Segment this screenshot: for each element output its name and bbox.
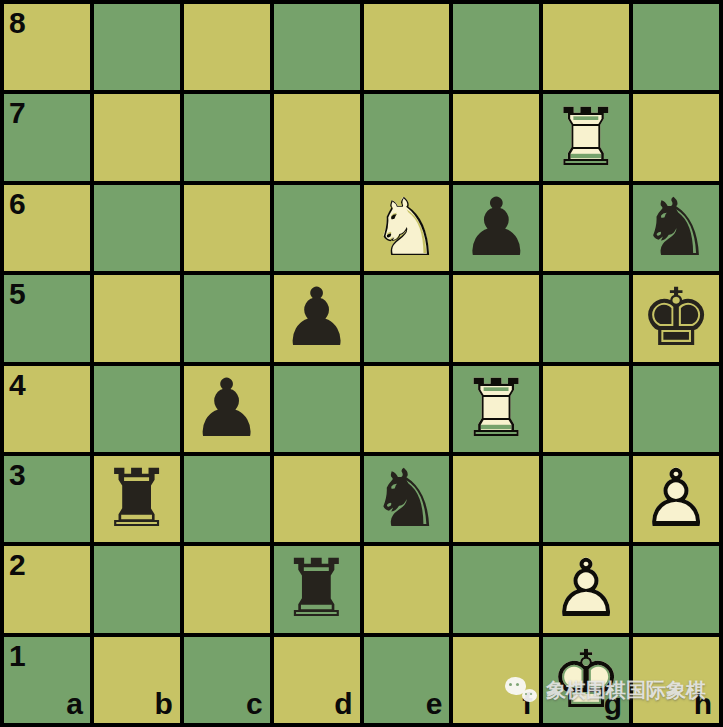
piece-glyph-fill: ♜ [274,546,360,632]
piece-black-pawn-f6[interactable]: ♟ [453,185,539,271]
square-g8[interactable] [543,4,629,90]
piece-glyph-fill: ♟ [184,366,270,452]
piece-white-pawn-h3[interactable]: ♟♙ [633,456,719,542]
rank-label-8: 8 [9,8,26,38]
piece-white-king-g1[interactable]: ♚♔ [543,637,629,723]
square-h5[interactable]: ♚ [633,275,719,361]
file-label-c: c [246,689,263,719]
square-b1[interactable]: b [94,637,180,723]
square-g7[interactable]: ♜♖ [543,94,629,180]
square-c3[interactable] [184,456,270,542]
piece-white-knight-e6[interactable]: ♞♘ [364,185,450,271]
square-d4[interactable] [274,366,360,452]
square-g2[interactable]: ♟♙ [543,546,629,632]
square-a8[interactable]: 8 [4,4,90,90]
piece-black-king-h5[interactable]: ♚ [633,275,719,361]
square-b3[interactable]: ♜ [94,456,180,542]
square-e7[interactable] [364,94,450,180]
square-e4[interactable] [364,366,450,452]
square-d1[interactable]: d [274,637,360,723]
square-f3[interactable] [453,456,539,542]
square-e5[interactable] [364,275,450,361]
square-a7[interactable]: 7 [4,94,90,180]
square-f2[interactable] [453,546,539,632]
square-d7[interactable] [274,94,360,180]
square-e1[interactable]: e [364,637,450,723]
square-d6[interactable] [274,185,360,271]
piece-glyph-outline: ♘ [364,185,450,271]
square-e2[interactable] [364,546,450,632]
square-c4[interactable]: ♟ [184,366,270,452]
square-f5[interactable] [453,275,539,361]
square-g6[interactable] [543,185,629,271]
piece-glyph-fill: ♞ [364,456,450,542]
square-e8[interactable] [364,4,450,90]
piece-black-rook-b3[interactable]: ♜ [94,456,180,542]
square-c6[interactable] [184,185,270,271]
rank-label-1: 1 [9,641,26,671]
piece-glyph-outline: ♙ [543,546,629,632]
piece-glyph-fill: ♟ [274,275,360,361]
piece-glyph-outline: ♙ [633,456,719,542]
piece-white-rook-f4[interactable]: ♜♖ [453,366,539,452]
square-f6[interactable]: ♟ [453,185,539,271]
chess-board-frame: 87♜♖6♞♘♟♞5♟♚4♟♜♖3♜♞♟♙2♜♟♙1abcdefg♚♔h 象棋围… [0,0,723,727]
square-f7[interactable] [453,94,539,180]
piece-glyph-outline: ♖ [453,366,539,452]
file-label-f: f [522,689,532,719]
square-e3[interactable]: ♞ [364,456,450,542]
square-c8[interactable] [184,4,270,90]
square-a4[interactable]: 4 [4,366,90,452]
rank-label-7: 7 [9,98,26,128]
piece-white-rook-g7[interactable]: ♜♖ [543,94,629,180]
square-h2[interactable] [633,546,719,632]
square-g4[interactable] [543,366,629,452]
square-d3[interactable] [274,456,360,542]
square-f8[interactable] [453,4,539,90]
rank-label-3: 3 [9,460,26,490]
square-c5[interactable] [184,275,270,361]
square-h4[interactable] [633,366,719,452]
square-h1[interactable]: h [633,637,719,723]
rank-label-6: 6 [9,189,26,219]
square-c1[interactable]: c [184,637,270,723]
square-d2[interactable]: ♜ [274,546,360,632]
piece-white-pawn-g2[interactable]: ♟♙ [543,546,629,632]
square-b6[interactable] [94,185,180,271]
square-h6[interactable]: ♞ [633,185,719,271]
piece-black-knight-h6[interactable]: ♞ [633,185,719,271]
piece-glyph-fill: ♟ [453,185,539,271]
square-a3[interactable]: 3 [4,456,90,542]
piece-glyph-fill: ♜ [94,456,180,542]
piece-black-pawn-d5[interactable]: ♟ [274,275,360,361]
piece-black-rook-d2[interactable]: ♜ [274,546,360,632]
square-a5[interactable]: 5 [4,275,90,361]
square-g1[interactable]: g♚♔ [543,637,629,723]
square-h3[interactable]: ♟♙ [633,456,719,542]
piece-glyph-fill: ♚ [633,275,719,361]
square-h8[interactable] [633,4,719,90]
square-g5[interactable] [543,275,629,361]
rank-label-2: 2 [9,550,26,580]
square-d5[interactable]: ♟ [274,275,360,361]
square-b2[interactable] [94,546,180,632]
square-b8[interactable] [94,4,180,90]
square-c7[interactable] [184,94,270,180]
square-b4[interactable] [94,366,180,452]
file-label-h: h [694,689,712,719]
piece-black-pawn-c4[interactable]: ♟ [184,366,270,452]
rank-label-5: 5 [9,279,26,309]
square-g3[interactable] [543,456,629,542]
square-b5[interactable] [94,275,180,361]
piece-black-knight-e3[interactable]: ♞ [364,456,450,542]
square-e6[interactable]: ♞♘ [364,185,450,271]
chess-board: 87♜♖6♞♘♟♞5♟♚4♟♜♖3♜♞♟♙2♜♟♙1abcdefg♚♔h [4,4,719,723]
square-a1[interactable]: 1a [4,637,90,723]
piece-glyph-outline: ♖ [543,94,629,180]
piece-glyph-outline: ♔ [543,637,629,723]
square-a6[interactable]: 6 [4,185,90,271]
square-a2[interactable]: 2 [4,546,90,632]
file-label-b: b [154,689,172,719]
rank-label-4: 4 [9,370,26,400]
square-d8[interactable] [274,4,360,90]
file-label-e: e [426,689,443,719]
square-h7[interactable] [633,94,719,180]
file-label-a: a [66,689,83,719]
square-b7[interactable] [94,94,180,180]
square-f1[interactable]: f [453,637,539,723]
square-c2[interactable] [184,546,270,632]
square-f4[interactable]: ♜♖ [453,366,539,452]
file-label-d: d [334,689,352,719]
piece-glyph-fill: ♞ [633,185,719,271]
